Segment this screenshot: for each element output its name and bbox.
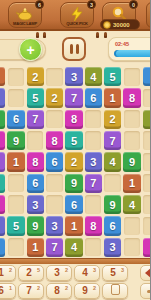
number-tile-6: 6 bbox=[46, 152, 63, 171]
empty-cell bbox=[85, 131, 101, 149]
empty-cell bbox=[8, 195, 24, 213]
coin-icon bbox=[103, 21, 111, 29]
empty-cell bbox=[143, 153, 150, 171]
clipped-tile bbox=[0, 110, 5, 129]
board-cell-r2c8[interactable]: 8 bbox=[122, 87, 141, 108]
board-cell-r6c2[interactable] bbox=[6, 173, 25, 194]
board-cell-r1c8[interactable] bbox=[122, 66, 141, 87]
empty-cell bbox=[85, 110, 101, 128]
quick-pick-button[interactable]: 3 QUICK PICK bbox=[60, 2, 94, 28]
board-cell-r2c5[interactable]: 7 bbox=[64, 87, 83, 108]
tray-number-6[interactable]: 61 bbox=[0, 283, 16, 299]
tray-remaining-count: 3 bbox=[93, 267, 96, 273]
empty-cell bbox=[46, 110, 62, 128]
empty-cell bbox=[8, 89, 24, 107]
board-cell-r7c6[interactable] bbox=[84, 194, 103, 215]
tray-remaining-count: 2 bbox=[93, 285, 96, 291]
number-tile-7: 7 bbox=[104, 131, 121, 150]
board-cell-r4c7[interactable]: 7 bbox=[103, 130, 122, 151]
board-cell-r7c9[interactable] bbox=[142, 194, 150, 215]
number-tile-1: 1 bbox=[123, 174, 140, 193]
empty-cell bbox=[85, 195, 101, 213]
number-tray: 122532435361728292 bbox=[0, 264, 150, 300]
magnifier-count-badge: 0 bbox=[129, 0, 138, 9]
number-tile-9: 9 bbox=[65, 174, 82, 193]
empty-cell bbox=[46, 174, 62, 192]
number-tile-4: 4 bbox=[65, 238, 82, 257]
board-cell-r1c6[interactable]: 4 bbox=[84, 66, 103, 87]
board-cell-r6c9[interactable] bbox=[142, 173, 150, 194]
top-bar: 6 MAGIC LAMP 3 QUICK PICK 0 300 bbox=[0, 0, 150, 31]
number-tile-8: 8 bbox=[123, 88, 140, 107]
note-paper-icon bbox=[111, 284, 120, 295]
tray-number-5[interactable]: 53 bbox=[102, 265, 128, 281]
board-cell-r4c3[interactable] bbox=[26, 130, 45, 151]
clipped-tile bbox=[0, 216, 5, 235]
board-cell-r8c7[interactable]: 6 bbox=[103, 215, 122, 236]
board-cell-r5c4[interactable]: 6 bbox=[45, 151, 64, 172]
number-tile-5: 5 bbox=[65, 131, 82, 150]
empty-cell bbox=[46, 68, 62, 86]
board-cell-r9c2[interactable] bbox=[6, 237, 25, 258]
board-cell-r7c3[interactable]: 3 bbox=[26, 194, 45, 215]
coin-amount: 30000 bbox=[113, 22, 130, 28]
number-tile-4: 4 bbox=[123, 195, 140, 214]
empty-cell bbox=[46, 195, 62, 213]
number-tile-9: 9 bbox=[7, 131, 24, 150]
board-cell-r6c6[interactable]: 7 bbox=[84, 173, 103, 194]
clipped-tile bbox=[0, 238, 5, 257]
magic-lamp-button[interactable]: 6 MAGIC LAMP bbox=[8, 2, 42, 28]
tray-remaining-count: 2 bbox=[37, 285, 40, 291]
board-cell-r5c7[interactable]: 4 bbox=[103, 151, 122, 172]
clipped-tile bbox=[143, 238, 150, 257]
board-cell-r5c9[interactable] bbox=[142, 151, 150, 172]
magic-lamp-label: MAGIC LAMP bbox=[9, 21, 41, 26]
board-cell-r5c8[interactable]: 9 bbox=[122, 151, 141, 172]
number-tile-5: 5 bbox=[7, 216, 24, 235]
board-cell-r4c5[interactable]: 5 bbox=[64, 130, 83, 151]
tray-number-1[interactable]: 12 bbox=[0, 265, 16, 281]
board-cell-r5c2[interactable]: 1 bbox=[6, 151, 25, 172]
empty-cell bbox=[143, 89, 150, 107]
empty-cell bbox=[124, 68, 140, 86]
number-tile-5: 5 bbox=[27, 88, 44, 107]
board-cell-r9c9[interactable] bbox=[142, 237, 150, 258]
quick-pick-label: QUICK PICK bbox=[61, 21, 93, 26]
board-cell-r9c3[interactable]: 1 bbox=[26, 237, 45, 258]
empty-cell bbox=[8, 68, 24, 86]
add-button[interactable]: + bbox=[19, 38, 42, 61]
board-cell-r4c8[interactable] bbox=[122, 130, 141, 151]
magic-lamp-count-badge: 6 bbox=[35, 0, 44, 9]
number-tile-7: 7 bbox=[65, 88, 82, 107]
board-cell-r8c9[interactable] bbox=[142, 215, 150, 236]
board-cell-r9c4[interactable]: 7 bbox=[45, 237, 64, 258]
eraser-icon bbox=[147, 290, 151, 293]
coin-counter[interactable]: 30000 bbox=[100, 19, 140, 30]
number-tile-2: 2 bbox=[27, 67, 44, 86]
clipped-tile bbox=[143, 110, 150, 129]
tray-number-7[interactable]: 72 bbox=[18, 283, 44, 299]
number-tile-8: 8 bbox=[85, 216, 102, 235]
quick-pick-count-badge: 3 bbox=[87, 0, 96, 9]
board-cell-r7c8[interactable]: 4 bbox=[122, 194, 141, 215]
board-cell-r6c7[interactable] bbox=[103, 173, 122, 194]
number-tile-6: 6 bbox=[85, 88, 102, 107]
tray-number-3[interactable]: 32 bbox=[46, 265, 72, 281]
board-cell-r8c3[interactable]: 9 bbox=[26, 215, 45, 236]
number-tile-1: 1 bbox=[104, 88, 121, 107]
clipped-tile bbox=[143, 67, 150, 86]
board-cell-r2c9[interactable] bbox=[142, 87, 150, 108]
number-tile-6: 6 bbox=[104, 216, 121, 235]
empty-cell bbox=[124, 217, 140, 235]
empty-cell bbox=[143, 195, 150, 213]
board-cell-r3c7[interactable]: 2 bbox=[103, 109, 122, 130]
board-cell-r2c7[interactable]: 1 bbox=[103, 87, 122, 108]
board-cell-r6c3[interactable]: 6 bbox=[26, 173, 45, 194]
board-cell-r1c5[interactable]: 3 bbox=[64, 66, 83, 87]
empty-cell bbox=[8, 174, 24, 192]
number-tile-2: 2 bbox=[104, 110, 121, 129]
board-cell-r1c7[interactable]: 5 bbox=[103, 66, 122, 87]
eraser-button[interactable] bbox=[140, 283, 150, 299]
board-cell-r1c3[interactable]: 2 bbox=[26, 66, 45, 87]
clipped-tile bbox=[0, 88, 5, 107]
board-cell-r3c9[interactable] bbox=[142, 109, 150, 130]
number-tile-7: 7 bbox=[46, 238, 63, 257]
tray-remaining-count: 2 bbox=[65, 267, 68, 273]
board-cell-r9c6[interactable] bbox=[84, 237, 103, 258]
board-cell-r8c2[interactable]: 5 bbox=[6, 215, 25, 236]
clipped-tile bbox=[0, 67, 5, 86]
empty-cell bbox=[85, 238, 101, 256]
timer-text: 02:45 bbox=[115, 41, 129, 47]
number-tile-7: 7 bbox=[85, 174, 102, 193]
number-tile-9: 9 bbox=[104, 195, 121, 214]
timer-panel: 02:45 bbox=[108, 37, 150, 61]
empty-cell bbox=[27, 131, 43, 149]
board-cell-r5c3[interactable]: 8 bbox=[26, 151, 45, 172]
board-cell-r7c5[interactable]: 6 bbox=[64, 194, 83, 215]
number-tile-8: 8 bbox=[65, 110, 82, 129]
empty-cell bbox=[124, 131, 140, 149]
number-tile-7: 7 bbox=[27, 110, 44, 129]
board-cell-r3c5[interactable]: 8 bbox=[64, 109, 83, 130]
tray-remaining-count: 3 bbox=[121, 267, 124, 273]
shelf-peg bbox=[43, 32, 46, 38]
board-cell-r3c6[interactable] bbox=[84, 109, 103, 130]
board-cell-r1c9[interactable] bbox=[142, 66, 150, 87]
shelf-peg bbox=[104, 32, 107, 38]
number-tile-2: 2 bbox=[65, 152, 82, 171]
board-cell-r9c5[interactable]: 4 bbox=[64, 237, 83, 258]
board-cell-r6c8[interactable]: 1 bbox=[122, 173, 141, 194]
board-cell-r8c8[interactable] bbox=[122, 215, 141, 236]
board-cell-r2c3[interactable]: 5 bbox=[26, 87, 45, 108]
number-tile-2: 2 bbox=[46, 88, 63, 107]
empty-cell bbox=[124, 238, 140, 256]
number-tile-1: 1 bbox=[65, 216, 82, 235]
clipped-tile bbox=[0, 131, 5, 150]
board-cell-r5c6[interactable]: 3 bbox=[84, 151, 103, 172]
game-screen: 6 MAGIC LAMP 3 QUICK PICK 0 300 bbox=[0, 0, 150, 300]
clipped-tile bbox=[0, 152, 5, 171]
board-cell-r3c8[interactable] bbox=[122, 109, 141, 130]
tray-remaining-count: 2 bbox=[65, 285, 68, 291]
empty-cell bbox=[143, 174, 150, 192]
empty-cell bbox=[124, 110, 140, 128]
board-cell-r8c5[interactable]: 1 bbox=[64, 215, 83, 236]
board-cell-r4c2[interactable]: 9 bbox=[6, 130, 25, 151]
board-cell-r6c4[interactable] bbox=[45, 173, 64, 194]
tray-number-9[interactable]: 92 bbox=[74, 283, 100, 299]
pause-button[interactable] bbox=[62, 37, 86, 61]
progress-fill bbox=[114, 50, 150, 57]
board-cell-r4c4[interactable]: 8 bbox=[45, 130, 64, 151]
number-tile-1: 1 bbox=[7, 152, 24, 171]
number-tile-5: 5 bbox=[104, 67, 121, 86]
progress-track bbox=[114, 50, 150, 57]
board-cell-r7c4[interactable] bbox=[45, 194, 64, 215]
undo-button[interactable] bbox=[140, 265, 150, 281]
number-tile-1: 1 bbox=[27, 238, 44, 257]
number-tile-3: 3 bbox=[104, 238, 121, 257]
tray-number-8[interactable]: 82 bbox=[46, 283, 72, 299]
board-cell-r3c2[interactable]: 6 bbox=[6, 109, 25, 130]
number-tile-8: 8 bbox=[46, 131, 63, 150]
tray-number-4[interactable]: 43 bbox=[74, 265, 100, 281]
board-cell-r8c6[interactable]: 8 bbox=[84, 215, 103, 236]
empty-cell bbox=[104, 174, 120, 192]
board-cell-r9c8[interactable] bbox=[122, 237, 141, 258]
number-tile-4: 4 bbox=[85, 67, 102, 86]
board-cell-r4c6[interactable] bbox=[84, 130, 103, 151]
board-cell-r2c4[interactable]: 2 bbox=[45, 87, 64, 108]
number-tile-8: 8 bbox=[27, 152, 44, 171]
clipped-tile bbox=[0, 174, 5, 193]
board-cell-r2c2[interactable] bbox=[6, 87, 25, 108]
clipped-tile bbox=[0, 195, 5, 214]
tray-number-2[interactable]: 25 bbox=[18, 265, 44, 281]
board-cell-r7c2[interactable] bbox=[6, 194, 25, 215]
tray-remaining-count: 5 bbox=[37, 267, 40, 273]
clipped-topbar-button[interactable] bbox=[146, 2, 150, 28]
number-tile-6: 6 bbox=[27, 174, 44, 193]
empty-cell bbox=[143, 131, 150, 149]
board-cell-r8c4[interactable]: 3 bbox=[45, 215, 64, 236]
number-tile-3: 3 bbox=[46, 216, 63, 235]
notes-button[interactable] bbox=[102, 283, 128, 299]
number-tile-9: 9 bbox=[123, 152, 140, 171]
tray-remaining-count: 2 bbox=[9, 267, 12, 273]
tray-remaining-count: 1 bbox=[9, 285, 12, 291]
board-cell-r6c5[interactable]: 9 bbox=[64, 173, 83, 194]
undo-arrow-icon bbox=[145, 268, 151, 278]
board-cell-r1c4[interactable] bbox=[45, 66, 64, 87]
number-tile-3: 3 bbox=[27, 195, 44, 214]
board-grid: 2345527618678298571862349697136945931861… bbox=[0, 66, 150, 258]
sudoku-board: 2345527618678298571862349697136945931861… bbox=[0, 66, 150, 258]
number-tile-4: 4 bbox=[104, 152, 121, 171]
board-cell-r3c3[interactable]: 7 bbox=[26, 109, 45, 130]
board-cell-r5c5[interactable]: 2 bbox=[64, 151, 83, 172]
number-tile-6: 6 bbox=[65, 195, 82, 214]
board-cell-r1c2[interactable] bbox=[6, 66, 25, 87]
number-tile-6: 6 bbox=[7, 110, 24, 129]
empty-cell bbox=[143, 217, 150, 235]
board-cell-r7c7[interactable]: 9 bbox=[103, 194, 122, 215]
board-cell-r9c7[interactable]: 3 bbox=[103, 237, 122, 258]
board-cell-r4c9[interactable] bbox=[142, 130, 150, 151]
board-cell-r3c4[interactable] bbox=[45, 109, 64, 130]
empty-cell bbox=[8, 238, 24, 256]
number-tile-3: 3 bbox=[65, 67, 82, 86]
number-tile-3: 3 bbox=[85, 152, 102, 171]
shelf-peg bbox=[36, 32, 39, 38]
number-tile-9: 9 bbox=[27, 216, 44, 235]
shelf-peg bbox=[96, 32, 99, 38]
board-cell-r2c6[interactable]: 6 bbox=[84, 87, 103, 108]
